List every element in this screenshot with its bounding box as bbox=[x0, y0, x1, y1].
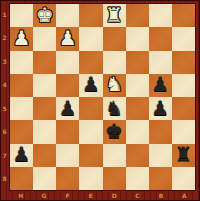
rank-label-3: 3 bbox=[0, 50, 9, 74]
white-rook[interactable]: ♜ bbox=[105, 5, 123, 25]
rank-label-5: 5 bbox=[0, 97, 9, 121]
square-d8[interactable] bbox=[103, 167, 126, 190]
square-e1[interactable] bbox=[79, 4, 102, 27]
square-c2[interactable] bbox=[126, 27, 149, 50]
file-label-g: G bbox=[32, 191, 55, 201]
square-a7[interactable]: ♜ bbox=[172, 144, 195, 167]
square-e7[interactable] bbox=[79, 144, 102, 167]
rank-label-6: 6 bbox=[0, 121, 9, 145]
square-g8[interactable] bbox=[33, 167, 56, 190]
square-f4[interactable] bbox=[56, 74, 79, 97]
square-a3[interactable] bbox=[172, 51, 195, 74]
square-f5[interactable]: ♟ bbox=[56, 97, 79, 120]
square-f2[interactable]: ♟ bbox=[56, 27, 79, 50]
square-d7[interactable] bbox=[103, 144, 126, 167]
square-a6[interactable] bbox=[172, 120, 195, 143]
square-c1[interactable] bbox=[126, 4, 149, 27]
file-label-h: H bbox=[9, 191, 32, 201]
black-pawn[interactable]: ♟ bbox=[13, 144, 31, 164]
rank-label-4: 4 bbox=[0, 74, 9, 98]
file-labels: HGFEDCBA bbox=[9, 191, 196, 201]
rank-label-8: 8 bbox=[0, 168, 9, 192]
square-b5[interactable]: ♟ bbox=[149, 97, 172, 120]
black-pawn[interactable]: ♟ bbox=[151, 74, 169, 94]
square-b2[interactable] bbox=[149, 27, 172, 50]
square-h3[interactable] bbox=[10, 51, 33, 74]
square-h1[interactable] bbox=[10, 4, 33, 27]
square-a8[interactable] bbox=[172, 167, 195, 190]
square-g6[interactable] bbox=[33, 120, 56, 143]
square-h4[interactable] bbox=[10, 74, 33, 97]
square-a2[interactable] bbox=[172, 27, 195, 50]
file-label-d: D bbox=[103, 191, 126, 201]
square-b3[interactable] bbox=[149, 51, 172, 74]
square-h7[interactable]: ♟ bbox=[10, 144, 33, 167]
square-e6[interactable] bbox=[79, 120, 102, 143]
white-knight[interactable]: ♞ bbox=[105, 74, 123, 94]
square-b8[interactable] bbox=[149, 167, 172, 190]
black-rook[interactable]: ♜ bbox=[174, 144, 192, 164]
square-e3[interactable] bbox=[79, 51, 102, 74]
black-pawn[interactable]: ♟ bbox=[151, 98, 169, 118]
square-b1[interactable] bbox=[149, 4, 172, 27]
square-g3[interactable] bbox=[33, 51, 56, 74]
square-b4[interactable]: ♟ bbox=[149, 74, 172, 97]
square-a5[interactable] bbox=[172, 97, 195, 120]
square-g1[interactable]: ♚ bbox=[33, 4, 56, 27]
square-h6[interactable] bbox=[10, 120, 33, 143]
rank-labels: 12345678 bbox=[0, 3, 9, 191]
white-pawn[interactable]: ♟ bbox=[59, 28, 77, 48]
square-c4[interactable] bbox=[126, 74, 149, 97]
square-d5[interactable]: ♞ bbox=[103, 97, 126, 120]
square-c5[interactable] bbox=[126, 97, 149, 120]
black-pawn[interactable]: ♟ bbox=[82, 74, 100, 94]
black-king[interactable]: ♚ bbox=[105, 121, 123, 141]
square-b6[interactable] bbox=[149, 120, 172, 143]
square-a4[interactable] bbox=[172, 74, 195, 97]
square-h2[interactable]: ♟ bbox=[10, 27, 33, 50]
square-d1[interactable]: ♜ bbox=[103, 4, 126, 27]
square-e4[interactable]: ♟ bbox=[79, 74, 102, 97]
square-d4[interactable]: ♞ bbox=[103, 74, 126, 97]
rank-label-7: 7 bbox=[0, 144, 9, 168]
square-f6[interactable] bbox=[56, 120, 79, 143]
black-pawn[interactable]: ♟ bbox=[59, 98, 77, 118]
square-f1[interactable] bbox=[56, 4, 79, 27]
file-label-a: A bbox=[173, 191, 196, 201]
square-h5[interactable] bbox=[10, 97, 33, 120]
chess-board: ♚♜♟♟♟♞♟♟♞♟♚♟♜ bbox=[9, 3, 196, 191]
square-h8[interactable] bbox=[10, 167, 33, 190]
square-c8[interactable] bbox=[126, 167, 149, 190]
rank-label-1: 1 bbox=[0, 3, 9, 27]
black-knight[interactable]: ♞ bbox=[105, 98, 123, 118]
square-f7[interactable] bbox=[56, 144, 79, 167]
square-g4[interactable] bbox=[33, 74, 56, 97]
file-label-e: E bbox=[79, 191, 102, 201]
file-label-c: C bbox=[126, 191, 149, 201]
square-d3[interactable] bbox=[103, 51, 126, 74]
square-f3[interactable] bbox=[56, 51, 79, 74]
square-g2[interactable] bbox=[33, 27, 56, 50]
square-c7[interactable] bbox=[126, 144, 149, 167]
rank-label-2: 2 bbox=[0, 27, 9, 51]
square-f8[interactable] bbox=[56, 167, 79, 190]
square-d6[interactable]: ♚ bbox=[103, 120, 126, 143]
square-g5[interactable] bbox=[33, 97, 56, 120]
square-e8[interactable] bbox=[79, 167, 102, 190]
square-e5[interactable] bbox=[79, 97, 102, 120]
square-d2[interactable] bbox=[103, 27, 126, 50]
file-label-b: B bbox=[149, 191, 172, 201]
chess-board-frame: ♚♜♟♟♟♞♟♟♞♟♚♟♜ 12345678 HGFEDCBA bbox=[0, 0, 200, 201]
white-king[interactable]: ♚ bbox=[36, 5, 54, 25]
square-b7[interactable] bbox=[149, 144, 172, 167]
square-c6[interactable] bbox=[126, 120, 149, 143]
white-pawn[interactable]: ♟ bbox=[13, 28, 31, 48]
square-g7[interactable] bbox=[33, 144, 56, 167]
square-e2[interactable] bbox=[79, 27, 102, 50]
square-c3[interactable] bbox=[126, 51, 149, 74]
square-a1[interactable] bbox=[172, 4, 195, 27]
file-label-f: F bbox=[56, 191, 79, 201]
